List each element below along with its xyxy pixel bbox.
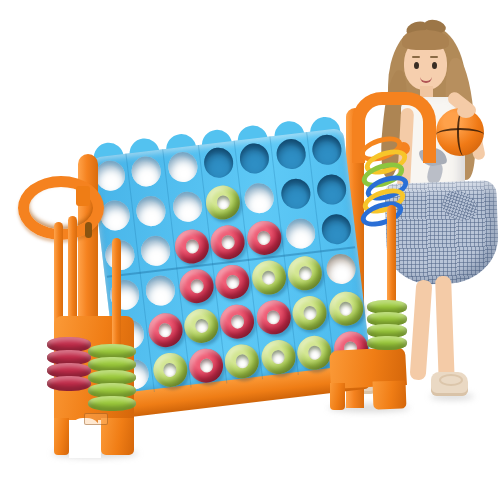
empty-hole (239, 142, 271, 175)
disc-center-hole (199, 358, 214, 373)
green-disc (291, 294, 329, 332)
disc-center-hole (216, 195, 231, 210)
empty-hole (202, 146, 234, 179)
eye (414, 62, 419, 69)
cell-r5c3[interactable] (182, 304, 223, 348)
ring-toss-peg-right (387, 205, 396, 305)
frame-foot (54, 418, 69, 455)
green-disc (151, 351, 189, 389)
green-disc (223, 342, 261, 380)
empty-hole (135, 194, 167, 227)
empty-hole (316, 173, 348, 206)
cell-r1c6[interactable] (271, 132, 312, 176)
green-disc (296, 334, 334, 372)
empty-hole (321, 213, 353, 246)
cell-r5c2[interactable] (146, 308, 187, 352)
cell-r5c7[interactable] (326, 287, 367, 331)
disc-center-hole (235, 354, 250, 369)
red-disc (173, 228, 211, 266)
brand-logo-plate (84, 413, 108, 425)
cell-r4c4[interactable] (213, 260, 254, 304)
smile (420, 75, 432, 83)
cell-r1c4[interactable] (199, 141, 240, 185)
empty-hole (284, 217, 316, 250)
cell-r3c2[interactable] (136, 229, 177, 273)
red-disc (219, 303, 257, 341)
left-red-ring-stack (47, 376, 91, 391)
green-disc (286, 254, 324, 292)
left-green-ring-stack (88, 396, 136, 411)
cell-r6c4[interactable] (222, 339, 263, 383)
cell-r1c7[interactable] (307, 128, 348, 172)
green-disc (204, 184, 242, 222)
red-disc (255, 298, 293, 336)
disc-center-hole (158, 323, 173, 338)
disc-center-hole (163, 362, 178, 377)
red-disc (178, 267, 216, 305)
hoop-bracket (76, 186, 90, 206)
empty-hole (279, 177, 311, 210)
green-disc (183, 307, 221, 345)
disc-center-hole (194, 318, 209, 333)
empty-hole (130, 155, 162, 188)
empty-hole (140, 234, 172, 267)
hand-right (457, 104, 475, 118)
disc-center-hole (190, 278, 205, 293)
disc-center-hole (339, 301, 354, 316)
cell-r3c6[interactable] (280, 212, 321, 256)
cell-r3c4[interactable] (208, 220, 249, 264)
empty-hole (325, 252, 357, 285)
disc-center-hole (302, 305, 317, 320)
cell-r2c3[interactable] (167, 185, 208, 229)
green-disc (327, 290, 365, 328)
cell-r2c5[interactable] (240, 176, 281, 220)
disc-center-hole (257, 230, 272, 245)
cell-r3c7[interactable] (316, 207, 357, 251)
green-disc (250, 259, 288, 297)
empty-hole (166, 150, 198, 183)
red-disc (245, 219, 283, 257)
cell-r3c5[interactable] (244, 216, 285, 260)
empty-hole (243, 182, 275, 215)
green-disc (259, 338, 297, 376)
cell-r5c6[interactable] (290, 291, 331, 335)
disc-center-hole (266, 310, 281, 325)
empty-hole (94, 159, 126, 192)
cell-r1c2[interactable] (127, 149, 168, 193)
cell-r2c6[interactable] (276, 172, 317, 216)
disc-center-hole (298, 266, 313, 281)
red-disc (147, 311, 185, 349)
cell-r6c5[interactable] (258, 335, 299, 379)
cell-r2c4[interactable] (203, 180, 244, 224)
cell-r4c7[interactable] (321, 247, 362, 291)
cell-r1c5[interactable] (235, 136, 276, 180)
leg (410, 280, 433, 381)
cell-r5c4[interactable] (218, 300, 259, 344)
eye (432, 62, 437, 69)
red-disc (209, 223, 247, 261)
empty-hole (99, 199, 131, 232)
cell-r4c2[interactable] (141, 268, 182, 312)
ring-toss-peg-mid (112, 238, 121, 350)
disc-center-hole (230, 314, 245, 329)
cell-r3c3[interactable] (172, 224, 213, 268)
cell-r2c2[interactable] (131, 189, 172, 233)
red-disc (187, 347, 225, 385)
ball-seam (436, 128, 484, 142)
empty-hole (311, 133, 343, 166)
disc-center-hole (307, 345, 322, 360)
cell-r4c1[interactable] (105, 273, 146, 317)
cell-r4c3[interactable] (177, 264, 218, 308)
product-photo-stage (0, 0, 500, 500)
frame-foot (330, 383, 345, 410)
disc-center-hole (226, 274, 241, 289)
post-slot (85, 222, 92, 238)
eyebrow (412, 56, 420, 58)
cell-r2c7[interactable] (312, 168, 353, 212)
cell-r6c2[interactable] (150, 348, 191, 392)
disc-center-hole (185, 239, 200, 254)
cell-r6c3[interactable] (186, 344, 227, 388)
sandal-front (431, 372, 468, 396)
red-disc (214, 263, 252, 301)
empty-hole (171, 190, 203, 223)
disc-center-hole (271, 349, 286, 364)
hair-fringe (402, 30, 449, 50)
cell-r4c5[interactable] (249, 256, 290, 300)
eyebrow (430, 56, 438, 58)
disc-center-hole (221, 234, 236, 249)
cell-r1c3[interactable] (163, 145, 204, 189)
right-green-ring-stack (367, 336, 407, 350)
empty-hole (275, 138, 307, 171)
frame-foot (373, 380, 407, 409)
cell-r4c6[interactable] (285, 251, 326, 295)
cell-r5c5[interactable] (254, 295, 295, 339)
empty-hole (145, 274, 177, 307)
disc-center-hole (262, 270, 277, 285)
